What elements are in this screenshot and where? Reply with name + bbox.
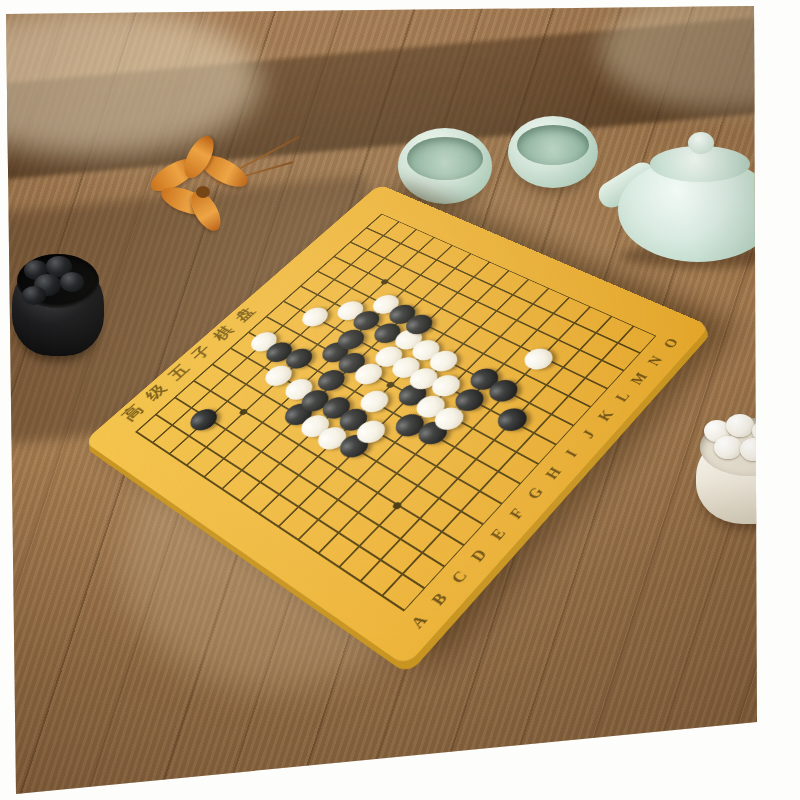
teacup-left [398,128,492,204]
coordinate-label-L: L [609,387,636,407]
coordinate-label-C: C [445,565,474,590]
coordinate-label-O: O [658,334,684,353]
black-stone-bowl[interactable] [12,248,112,360]
coordinate-label-B: B [425,587,454,613]
white-stone-in-bowl[interactable] [714,436,742,459]
white-stone-in-bowl[interactable] [726,414,754,437]
black-stone-in-bowl[interactable] [60,272,84,292]
coordinate-label-N: N [642,351,668,370]
white-stone-in-bowl[interactable] [764,436,788,456]
white-stone-in-bowl[interactable] [740,438,768,461]
coordinate-label-D: D [465,544,494,568]
coordinate-label-K: K [592,405,619,426]
white-stone-bowl[interactable] [696,410,800,526]
flower-ornament [140,138,290,248]
coordinate-label-M: M [626,369,653,389]
coordinate-label-A: A [405,609,435,635]
teacup-interior [517,125,589,165]
product-photo: 高级五子棋盘 ABCDEFGHIJKLMNO [0,0,800,800]
coordinate-label-F: F [503,502,531,525]
teacup-right [508,116,598,188]
flower-center [196,186,210,198]
coordinate-label-G: G [522,482,550,505]
coordinate-label-H: H [540,462,568,484]
white-stone-in-bowl[interactable] [752,420,778,442]
coordinate-label-J: J [575,424,602,445]
teapot-lid-knob [688,132,714,154]
teapot [602,128,792,268]
teacup-interior [407,137,482,180]
black-stone-in-bowl[interactable] [22,286,46,305]
coordinate-label-E: E [484,523,512,547]
coordinate-label-I: I [558,443,585,465]
